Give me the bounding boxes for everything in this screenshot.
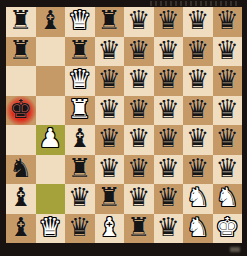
piece-black-bishop[interactable]: ♝ (39, 7, 62, 37)
square-b2[interactable] (36, 184, 66, 214)
square-c8[interactable]: ♛ (65, 7, 95, 37)
piece-white-bishop[interactable]: ♝ (98, 214, 121, 244)
square-e1[interactable]: ♜ (124, 214, 154, 244)
piece-black-rook[interactable]: ♜ (98, 7, 121, 37)
piece-black-queen[interactable]: ♛ (157, 37, 180, 67)
square-f8[interactable]: ♛ (154, 7, 184, 37)
square-b5[interactable] (36, 96, 66, 126)
piece-black-queen[interactable]: ♛ (127, 184, 150, 214)
square-h1[interactable]: ♚ (213, 214, 243, 244)
square-b6[interactable] (36, 66, 66, 96)
square-g5[interactable]: ♛ (183, 96, 213, 126)
piece-black-queen[interactable]: ♛ (68, 184, 91, 214)
square-g4[interactable]: ♛ (183, 125, 213, 155)
piece-black-queen[interactable]: ♛ (216, 155, 239, 185)
piece-black-king[interactable]: ♚ (9, 96, 32, 126)
piece-black-queen[interactable]: ♛ (98, 155, 121, 185)
square-d6[interactable]: ♛ (95, 66, 125, 96)
piece-black-queen[interactable]: ♛ (216, 7, 239, 37)
square-b4[interactable]: ♟ (36, 125, 66, 155)
piece-black-queen[interactable]: ♛ (98, 37, 121, 67)
piece-black-queen[interactable]: ♛ (157, 66, 180, 96)
square-d5[interactable]: ♛ (95, 96, 125, 126)
piece-black-queen[interactable]: ♛ (157, 96, 180, 126)
square-a1[interactable]: ♝ (6, 214, 36, 244)
piece-black-queen[interactable]: ♛ (98, 66, 121, 96)
piece-white-queen[interactable]: ♛ (39, 214, 62, 244)
piece-black-queen[interactable]: ♛ (216, 37, 239, 67)
piece-black-queen[interactable]: ♛ (68, 214, 91, 244)
square-d7[interactable]: ♛ (95, 37, 125, 67)
square-g6[interactable]: ♛ (183, 66, 213, 96)
piece-black-queen[interactable]: ♛ (216, 66, 239, 96)
square-h8[interactable]: ♛ (213, 7, 243, 37)
piece-black-queen[interactable]: ♛ (216, 96, 239, 126)
square-d1[interactable]: ♝ (95, 214, 125, 244)
square-h3[interactable]: ♛ (213, 155, 243, 185)
square-e5[interactable]: ♛ (124, 96, 154, 126)
piece-black-queen[interactable]: ♛ (186, 96, 209, 126)
piece-black-rook[interactable]: ♜ (9, 37, 32, 67)
square-a2[interactable]: ♝ (6, 184, 36, 214)
square-d4[interactable]: ♛ (95, 125, 125, 155)
square-h7[interactable]: ♛ (213, 37, 243, 67)
square-e6[interactable]: ♛ (124, 66, 154, 96)
square-h5[interactable]: ♛ (213, 96, 243, 126)
square-c3[interactable]: ♜ (65, 155, 95, 185)
square-a7[interactable]: ♜ (6, 37, 36, 67)
piece-black-queen[interactable]: ♛ (186, 66, 209, 96)
piece-black-knight[interactable]: ♞ (9, 155, 32, 185)
square-c7[interactable]: ♜ (65, 37, 95, 67)
piece-black-bishop[interactable]: ♝ (9, 214, 32, 244)
piece-black-queen[interactable]: ♛ (127, 96, 150, 126)
square-a3[interactable]: ♞ (6, 155, 36, 185)
piece-black-queen[interactable]: ♛ (127, 125, 150, 155)
piece-black-queen[interactable]: ♛ (98, 96, 121, 126)
square-g1[interactable]: ♞ (183, 214, 213, 244)
square-c4[interactable]: ♝ (65, 125, 95, 155)
titlebar-noise (150, 1, 240, 6)
piece-black-queen[interactable]: ♛ (127, 7, 150, 37)
square-e7[interactable]: ♛ (124, 37, 154, 67)
piece-white-king[interactable]: ♚ (216, 214, 239, 244)
piece-black-queen[interactable]: ♛ (98, 125, 121, 155)
watermark-smudge (230, 247, 240, 252)
piece-black-queen[interactable]: ♛ (186, 7, 209, 37)
piece-black-queen[interactable]: ♛ (186, 37, 209, 67)
square-g8[interactable]: ♛ (183, 7, 213, 37)
piece-white-pawn[interactable]: ♟ (39, 125, 62, 155)
square-c1[interactable]: ♛ (65, 214, 95, 244)
square-c2[interactable]: ♛ (65, 184, 95, 214)
square-a5[interactable]: ♚ (6, 96, 36, 126)
square-f3[interactable]: ♛ (154, 155, 184, 185)
square-d3[interactable]: ♛ (95, 155, 125, 185)
square-g2[interactable]: ♞ (183, 184, 213, 214)
piece-white-rook[interactable]: ♜ (68, 96, 91, 126)
square-b8[interactable]: ♝ (36, 7, 66, 37)
piece-black-queen[interactable]: ♛ (157, 125, 180, 155)
piece-black-rook[interactable]: ♜ (68, 155, 91, 185)
piece-black-queen[interactable]: ♛ (127, 155, 150, 185)
piece-black-rook[interactable]: ♜ (98, 184, 121, 214)
piece-black-rook[interactable]: ♜ (68, 37, 91, 67)
square-f2[interactable]: ♛ (154, 184, 184, 214)
square-e2[interactable]: ♛ (124, 184, 154, 214)
square-d2[interactable]: ♜ (95, 184, 125, 214)
square-c6[interactable]: ♛ (65, 66, 95, 96)
square-b7[interactable] (36, 37, 66, 67)
square-b1[interactable]: ♛ (36, 214, 66, 244)
piece-black-queen[interactable]: ♛ (157, 7, 180, 37)
piece-white-knight[interactable]: ♞ (186, 184, 209, 214)
piece-black-queen[interactable]: ♛ (127, 37, 150, 67)
piece-black-queen[interactable]: ♛ (157, 155, 180, 185)
piece-white-queen[interactable]: ♛ (68, 66, 91, 96)
chess-board: ♜♝♛♜♛♛♛♛♜♜♛♛♛♛♛♛♛♛♛♛♛♚♜♛♛♛♛♛♟♝♛♛♛♛♛♞♜♛♛♛… (6, 7, 242, 243)
square-e3[interactable]: ♛ (124, 155, 154, 185)
piece-white-queen[interactable]: ♛ (68, 7, 91, 37)
square-g3[interactable]: ♛ (183, 155, 213, 185)
square-c5[interactable]: ♜ (65, 96, 95, 126)
piece-black-queen[interactable]: ♛ (127, 66, 150, 96)
piece-black-rook[interactable]: ♜ (127, 214, 150, 244)
square-b3[interactable] (36, 155, 66, 185)
square-f7[interactable]: ♛ (154, 37, 184, 67)
square-h6[interactable]: ♛ (213, 66, 243, 96)
piece-black-bishop[interactable]: ♝ (68, 125, 91, 155)
piece-black-queen[interactable]: ♛ (186, 155, 209, 185)
square-d8[interactable]: ♜ (95, 7, 125, 37)
square-f5[interactable]: ♛ (154, 96, 184, 126)
piece-black-queen[interactable]: ♛ (216, 125, 239, 155)
square-h2[interactable]: ♞ (213, 184, 243, 214)
piece-black-queen[interactable]: ♛ (186, 125, 209, 155)
square-h4[interactable]: ♛ (213, 125, 243, 155)
piece-black-bishop[interactable]: ♝ (9, 184, 32, 214)
piece-black-queen[interactable]: ♛ (157, 184, 180, 214)
piece-white-knight[interactable]: ♞ (186, 214, 209, 244)
square-a4[interactable] (6, 125, 36, 155)
square-g7[interactable]: ♛ (183, 37, 213, 67)
board-frame: ♜♝♛♜♛♛♛♛♜♜♛♛♛♛♛♛♛♛♛♛♛♚♜♛♛♛♛♛♟♝♛♛♛♛♛♞♜♛♛♛… (0, 0, 247, 256)
square-f1[interactable]: ♛ (154, 214, 184, 244)
piece-white-knight[interactable]: ♞ (216, 184, 239, 214)
piece-black-queen[interactable]: ♛ (157, 214, 180, 244)
square-e4[interactable]: ♛ (124, 125, 154, 155)
square-f6[interactable]: ♛ (154, 66, 184, 96)
square-a6[interactable] (6, 66, 36, 96)
square-f4[interactable]: ♛ (154, 125, 184, 155)
square-e8[interactable]: ♛ (124, 7, 154, 37)
piece-black-rook[interactable]: ♜ (9, 7, 32, 37)
square-a8[interactable]: ♜ (6, 7, 36, 37)
